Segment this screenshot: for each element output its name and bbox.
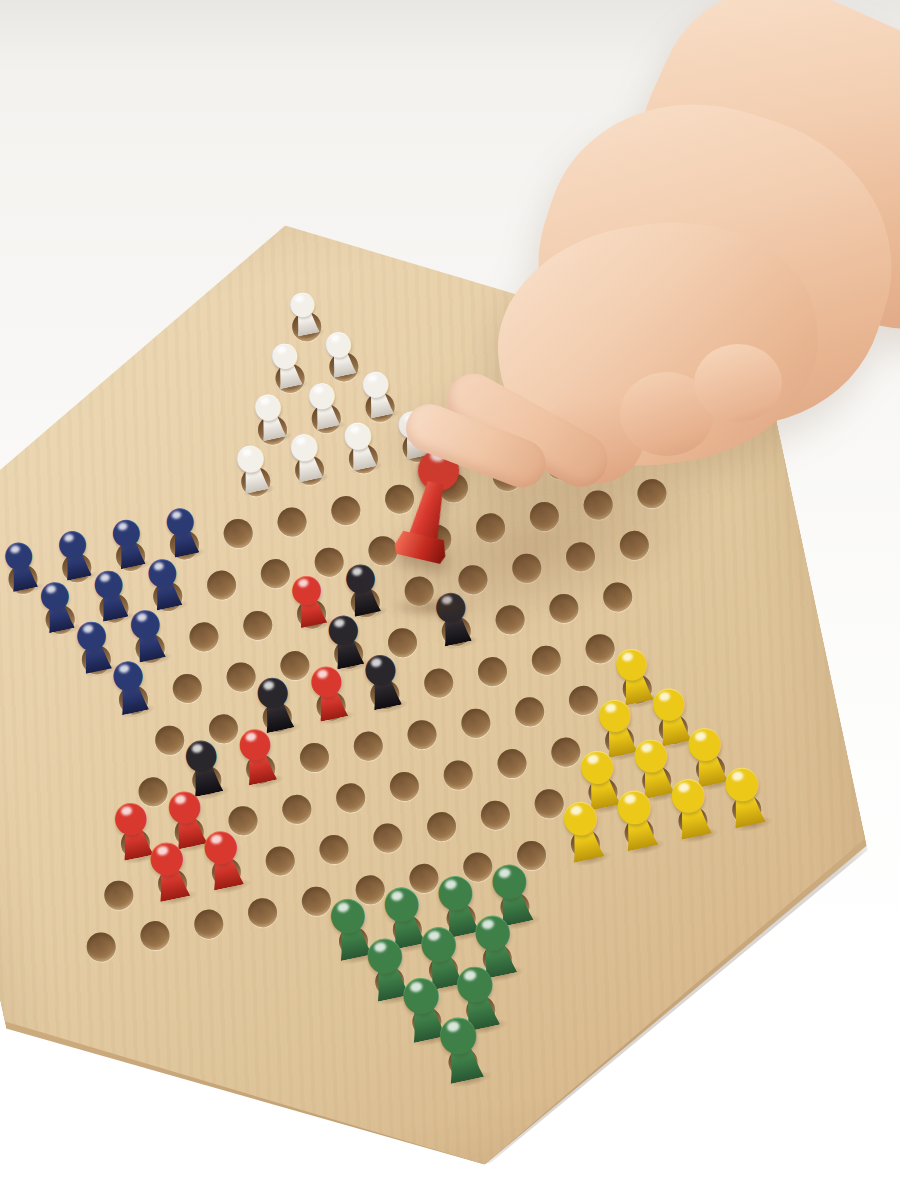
- board-hole[interactable]: [370, 821, 404, 855]
- peg-ball: ●: [53, 524, 89, 562]
- peg-ball: ●: [232, 439, 268, 476]
- board-hole[interactable]: [529, 643, 563, 677]
- peg-ball: ●: [340, 416, 376, 453]
- board-hole[interactable]: [478, 798, 512, 832]
- peg-ball: ●: [36, 575, 74, 614]
- board-hole[interactable]: [512, 695, 546, 729]
- peg-ball: ●: [234, 721, 275, 764]
- peg-ball: ●: [646, 680, 689, 724]
- peg-ball: ●: [108, 795, 151, 839]
- board-hole[interactable]: [221, 516, 255, 550]
- peg-ball: ●: [665, 770, 709, 816]
- peg-ball: ●: [719, 759, 763, 805]
- peg-ball: ●: [268, 337, 302, 372]
- peg-ball: ●: [72, 614, 111, 654]
- scene: ●●●●●●●●●●●●●●●●●●●●●●●●●●●●●●●●●●●●●●●●…: [0, 0, 900, 1200]
- peg-ball: ●: [378, 878, 424, 925]
- board-hole[interactable]: [245, 896, 279, 930]
- peg-ball: ●: [682, 719, 726, 764]
- board-hole[interactable]: [351, 729, 385, 763]
- peg-ball: ●: [610, 641, 651, 684]
- peg-ball: ●: [0, 535, 36, 573]
- peg-ball: ●: [89, 563, 127, 602]
- board-hole[interactable]: [316, 832, 350, 866]
- peg-ball: ●: [304, 376, 338, 412]
- peg-ball: ●: [107, 512, 143, 550]
- board-hole[interactable]: [275, 505, 309, 539]
- peg-ball: ●: [125, 602, 164, 642]
- board-hole[interactable]: [170, 671, 204, 705]
- board-hole[interactable]: [263, 844, 297, 878]
- peg-ball: ●: [305, 658, 346, 700]
- board-hole[interactable]: [138, 918, 172, 952]
- peg-ball: ●: [287, 568, 326, 608]
- peg-ball: ●: [432, 867, 478, 914]
- peg-ball: ●: [285, 286, 317, 320]
- peg-ball: ●: [629, 731, 673, 776]
- peg-ball: ●: [250, 388, 284, 424]
- board-hole[interactable]: [84, 930, 118, 964]
- peg-ball: ●: [324, 890, 370, 937]
- peg-ball: ●: [144, 834, 188, 879]
- board-hole[interactable]: [441, 758, 475, 792]
- board-hole[interactable]: [204, 568, 238, 602]
- board-hole[interactable]: [280, 792, 314, 826]
- board-hole[interactable]: [101, 878, 135, 912]
- peg-ball: ●: [359, 647, 400, 689]
- peg-ball: ●: [108, 653, 147, 694]
- peg-ball: ●: [180, 732, 221, 775]
- held-peg-cast-shadow: [388, 596, 474, 618]
- peg-ball: ●: [433, 1008, 482, 1058]
- peg-ball: ●: [162, 783, 205, 827]
- peg-ball: ●: [198, 822, 242, 867]
- board-hole[interactable]: [495, 746, 529, 780]
- board-hole[interactable]: [297, 740, 331, 774]
- board-hole[interactable]: [475, 654, 509, 688]
- board-hole[interactable]: [387, 769, 421, 803]
- peg-ball: ●: [286, 427, 322, 464]
- peg-ball: ●: [575, 742, 619, 787]
- board-hole[interactable]: [404, 718, 438, 752]
- board-hole[interactable]: [241, 608, 275, 642]
- peg-ball: ●: [450, 957, 498, 1006]
- peg-ball: ●: [321, 325, 355, 360]
- board-hole[interactable]: [424, 810, 458, 844]
- board-hole[interactable]: [333, 781, 367, 815]
- peg-ball: ●: [557, 793, 601, 839]
- board-hole[interactable]: [421, 666, 455, 700]
- chinese-checkers-board: ●●●●●●●●●●●●●●●●●●●●●●●●●●●●●●●●●●●●●●●●…: [0, 134, 900, 1200]
- peg-ball: ●: [161, 501, 197, 539]
- peg-ball: ●: [468, 907, 514, 955]
- board-hole[interactable]: [458, 706, 492, 740]
- peg-ball: ●: [486, 855, 532, 902]
- peg-ball: ●: [251, 670, 292, 712]
- peg-ball: ●: [611, 782, 655, 828]
- board-hole[interactable]: [329, 493, 363, 527]
- peg-ball: ●: [143, 552, 181, 591]
- board-hole[interactable]: [192, 907, 226, 941]
- peg-ball: ●: [358, 365, 392, 401]
- peg-ball: ●: [593, 692, 636, 736]
- held-peg-base: [393, 530, 449, 565]
- board-hole[interactable]: [187, 620, 221, 654]
